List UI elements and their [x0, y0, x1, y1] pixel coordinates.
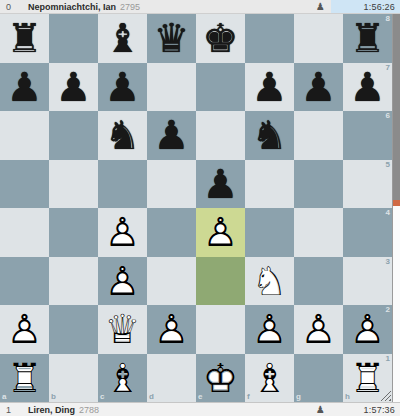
square-g5[interactable] — [294, 160, 343, 209]
square-g4[interactable] — [294, 208, 343, 257]
player-name-bottom: Liren, Ding — [28, 405, 75, 415]
piece-glyph: ♟ — [252, 63, 288, 111]
clock-bottom: 1:57:36 — [331, 403, 400, 416]
square-g3[interactable] — [294, 257, 343, 306]
piece-glyph-outline: ♙ — [105, 257, 141, 305]
square-d4[interactable] — [147, 208, 196, 257]
black-rook[interactable]: ♜ — [0, 14, 49, 63]
piece-glyph-outline: ♗ — [252, 354, 288, 402]
piece-glyph-outline: ♙ — [105, 208, 141, 256]
square-d5[interactable] — [147, 160, 196, 209]
square-h7[interactable]: ♟7 — [343, 63, 392, 112]
player-bar-bottom: 1 Liren, Ding 2788 ♟ 1:57:36 — [0, 402, 400, 416]
square-a3[interactable] — [0, 257, 49, 306]
eval-bar-black-portion — [393, 14, 400, 200]
black-pawn[interactable]: ♟ — [98, 63, 147, 112]
eval-bar — [392, 14, 400, 402]
piece-glyph-outline: ♘ — [252, 257, 288, 305]
piece-glyph: ♟ — [105, 63, 141, 111]
square-b5[interactable] — [49, 160, 98, 209]
piece-glyph-outline: ♙ — [203, 208, 239, 256]
square-a7[interactable]: ♟ — [0, 63, 49, 112]
piece-glyph: ♚ — [203, 14, 239, 62]
piece-glyph: ♝ — [105, 14, 141, 62]
rank-label-5: 5 — [386, 161, 390, 169]
black-pawn[interactable]: ♟ — [49, 63, 98, 112]
square-c8[interactable]: ♝ — [98, 14, 147, 63]
chess-board[interactable]: ♜♝♛♚♜8♟♟♟♟♟♟7♞♟♞6♟5♟♙♟♙4♟♙♞♘3♟♙♛♕♟♙♟♙♟♙♟… — [0, 14, 392, 402]
square-g8[interactable] — [294, 14, 343, 63]
piece-glyph: ♛ — [154, 14, 190, 62]
piece-glyph-outline: ♔ — [203, 354, 239, 402]
square-d8[interactable]: ♛ — [147, 14, 196, 63]
black-bishop[interactable]: ♝ — [98, 14, 147, 63]
square-c5[interactable] — [98, 160, 147, 209]
piece-glyph-outline: ♖ — [7, 354, 43, 402]
white-bishop[interactable]: ♝♗ — [245, 354, 294, 403]
player-index-bottom: 1 — [6, 405, 28, 415]
square-f4[interactable] — [245, 208, 294, 257]
square-b2[interactable] — [49, 305, 98, 354]
square-e3[interactable] — [196, 257, 245, 306]
pawn-icon: ♟ — [316, 2, 325, 12]
square-g6[interactable] — [294, 111, 343, 160]
square-d3[interactable] — [147, 257, 196, 306]
square-f3[interactable]: ♞♘ — [245, 257, 294, 306]
black-pawn[interactable]: ♟ — [343, 63, 392, 112]
square-d2[interactable]: ♟♙ — [147, 305, 196, 354]
square-h4[interactable]: 4 — [343, 208, 392, 257]
white-pawn[interactable]: ♟♙ — [245, 305, 294, 354]
rank-label-3: 3 — [386, 258, 390, 266]
square-f1[interactable]: ♝♗f — [245, 354, 294, 403]
piece-glyph: ♟ — [301, 63, 337, 111]
rank-label-4: 4 — [386, 209, 390, 217]
file-label-b: b — [51, 393, 56, 401]
square-f7[interactable]: ♟ — [245, 63, 294, 112]
piece-glyph: ♞ — [105, 111, 141, 159]
square-a4[interactable] — [0, 208, 49, 257]
white-bishop[interactable]: ♝♗ — [98, 354, 147, 403]
eval-bar-white-portion — [393, 206, 400, 402]
square-b6[interactable] — [49, 111, 98, 160]
player-index-top: 0 — [6, 2, 28, 12]
file-label-d: d — [149, 393, 154, 401]
white-queen[interactable]: ♛♕ — [98, 305, 147, 354]
black-pawn[interactable]: ♟ — [294, 63, 343, 112]
black-knight[interactable]: ♞ — [98, 111, 147, 160]
square-h3[interactable]: 3 — [343, 257, 392, 306]
square-d1[interactable]: d — [147, 354, 196, 403]
white-rook[interactable]: ♜♖ — [343, 354, 392, 403]
square-g1[interactable]: g — [294, 354, 343, 403]
piece-glyph-outline: ♗ — [105, 354, 141, 402]
piece-glyph-outline: ♕ — [105, 305, 141, 353]
white-king[interactable]: ♚♔ — [196, 354, 245, 403]
square-e8[interactable]: ♚ — [196, 14, 245, 63]
square-d6[interactable]: ♟ — [147, 111, 196, 160]
square-a6[interactable] — [0, 111, 49, 160]
white-pawn[interactable]: ♟♙ — [343, 305, 392, 354]
square-b4[interactable] — [49, 208, 98, 257]
square-g7[interactable]: ♟ — [294, 63, 343, 112]
black-knight[interactable]: ♞ — [245, 111, 294, 160]
white-knight[interactable]: ♞♘ — [245, 257, 294, 306]
white-rook[interactable]: ♜♖ — [0, 354, 49, 403]
chess-app: 0 Nepomniachtchi, Ian 2795 ♟ 1:56:26 ♜♝♛… — [0, 0, 400, 416]
black-rook[interactable]: ♜ — [343, 14, 392, 63]
square-e2[interactable] — [196, 305, 245, 354]
square-h6[interactable]: 6 — [343, 111, 392, 160]
piece-glyph-outline: ♙ — [350, 305, 386, 353]
square-b8[interactable] — [49, 14, 98, 63]
square-c2[interactable]: ♛♕ — [98, 305, 147, 354]
square-b3[interactable] — [49, 257, 98, 306]
piece-glyph: ♟ — [154, 111, 190, 159]
square-d7[interactable] — [147, 63, 196, 112]
square-e7[interactable] — [196, 63, 245, 112]
player-rating-bottom: 2788 — [79, 405, 99, 415]
black-pawn[interactable]: ♟ — [245, 63, 294, 112]
black-king[interactable]: ♚ — [196, 14, 245, 63]
square-f2[interactable]: ♟♙ — [245, 305, 294, 354]
square-b1[interactable]: b — [49, 354, 98, 403]
file-label-g: g — [296, 393, 301, 401]
square-h1[interactable]: ♜♖h1 — [343, 354, 392, 403]
square-h8[interactable]: ♜8 — [343, 14, 392, 63]
white-pawn[interactable]: ♟♙ — [98, 208, 147, 257]
square-e5[interactable]: ♟ — [196, 160, 245, 209]
white-pawn[interactable]: ♟♙ — [98, 257, 147, 306]
square-c3[interactable]: ♟♙ — [98, 257, 147, 306]
piece-glyph-outline: ♙ — [252, 305, 288, 353]
piece-glyph: ♜ — [7, 14, 43, 62]
black-pawn[interactable]: ♟ — [147, 111, 196, 160]
black-pawn[interactable]: ♟ — [0, 63, 49, 112]
piece-glyph-outline: ♙ — [7, 305, 43, 353]
piece-glyph: ♟ — [7, 63, 43, 111]
piece-glyph-outline: ♖ — [350, 354, 386, 402]
square-a2[interactable]: ♟♙ — [0, 305, 49, 354]
square-a5[interactable] — [0, 160, 49, 209]
piece-glyph: ♟ — [56, 63, 92, 111]
square-e1[interactable]: ♚♔e — [196, 354, 245, 403]
square-c6[interactable]: ♞ — [98, 111, 147, 160]
white-pawn[interactable]: ♟♙ — [147, 305, 196, 354]
square-a8[interactable]: ♜ — [0, 14, 49, 63]
black-pawn[interactable]: ♟ — [196, 160, 245, 209]
square-e4[interactable]: ♟♙ — [196, 208, 245, 257]
board-area: ♜♝♛♚♜8♟♟♟♟♟♟7♞♟♞6♟5♟♙♟♙4♟♙♞♘3♟♙♛♕♟♙♟♙♟♙♟… — [0, 14, 400, 402]
piece-glyph: ♜ — [350, 14, 386, 62]
black-queen[interactable]: ♛ — [147, 14, 196, 63]
square-c1[interactable]: ♝♗c — [98, 354, 147, 403]
player-bar-top: 0 Nepomniachtchi, Ian 2795 ♟ 1:56:26 — [0, 0, 400, 14]
white-pawn[interactable]: ♟♙ — [0, 305, 49, 354]
square-c4[interactable]: ♟♙ — [98, 208, 147, 257]
piece-glyph: ♟ — [203, 160, 239, 208]
square-h5[interactable]: 5 — [343, 160, 392, 209]
square-c7[interactable]: ♟ — [98, 63, 147, 112]
piece-glyph: ♟ — [350, 63, 386, 111]
piece-glyph-outline: ♙ — [154, 305, 190, 353]
square-e6[interactable] — [196, 111, 245, 160]
square-a1[interactable]: ♜♖a — [0, 354, 49, 403]
white-pawn[interactable]: ♟♙ — [196, 208, 245, 257]
clock-top: 1:56:26 — [331, 0, 400, 13]
piece-glyph: ♞ — [252, 111, 288, 159]
pawn-icon: ♟ — [316, 405, 325, 415]
square-f5[interactable] — [245, 160, 294, 209]
rank-label-6: 6 — [386, 112, 390, 120]
square-b7[interactable]: ♟ — [49, 63, 98, 112]
player-rating-top: 2795 — [120, 2, 140, 12]
square-f6[interactable]: ♞ — [245, 111, 294, 160]
piece-glyph-outline: ♙ — [301, 305, 337, 353]
square-g2[interactable]: ♟♙ — [294, 305, 343, 354]
white-pawn[interactable]: ♟♙ — [294, 305, 343, 354]
player-name-top: Nepomniachtchi, Ian — [28, 2, 116, 12]
square-h2[interactable]: ♟♙2 — [343, 305, 392, 354]
square-f8[interactable] — [245, 14, 294, 63]
